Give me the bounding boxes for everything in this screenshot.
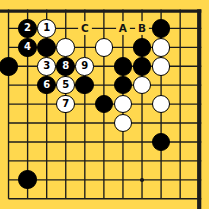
move-number: 4 (24, 42, 31, 52)
black-stone (18, 170, 37, 189)
black-stone (37, 38, 56, 57)
intersection-7-1[interactable]: B (132, 19, 151, 38)
intersection-5-0[interactable] (94, 0, 113, 19)
intersection-2-6[interactable] (37, 114, 56, 133)
move-number: 6 (43, 80, 50, 90)
intersection-2-9[interactable] (37, 170, 56, 189)
intersection-4-2[interactable] (75, 38, 94, 57)
white-stone (152, 38, 171, 57)
intersection-8-3[interactable] (152, 57, 171, 76)
intersection-10-8[interactable] (190, 151, 209, 170)
intersection-1-6[interactable] (18, 114, 37, 133)
intersection-9-1[interactable] (171, 19, 190, 38)
intersection-10-0[interactable] (190, 0, 209, 19)
move-number: 9 (81, 61, 88, 71)
intersection-4-0[interactable] (75, 0, 94, 19)
white-stone (152, 95, 171, 114)
black-stone (95, 95, 114, 114)
intersection-0-2[interactable] (0, 38, 18, 57)
intersection-0-0[interactable] (0, 0, 18, 19)
intersection-6-8[interactable] (113, 151, 132, 170)
intersection-8-6[interactable] (152, 114, 171, 133)
intersection-9-3[interactable] (171, 57, 190, 76)
intersection-7-0[interactable] (132, 0, 151, 19)
intersection-8-8[interactable] (152, 151, 171, 170)
intersection-10-9[interactable] (190, 170, 209, 189)
intersection-0-3[interactable] (0, 57, 18, 76)
intersection-3-4[interactable]: 5 (56, 76, 75, 95)
intersection-7-8[interactable] (132, 151, 151, 170)
intersection-5-9[interactable] (94, 170, 113, 189)
white-stone: 9 (75, 57, 94, 76)
intersection-3-10[interactable] (56, 189, 75, 208)
black-stone (152, 133, 171, 152)
intersection-5-4[interactable] (94, 76, 113, 95)
intersection-0-7[interactable] (0, 132, 18, 151)
intersection-7-3[interactable] (132, 57, 151, 76)
intersection-7-4[interactable] (132, 76, 151, 95)
intersection-7-7[interactable] (132, 132, 151, 151)
intersection-6-9[interactable] (113, 170, 132, 189)
intersection-2-10[interactable] (37, 189, 56, 208)
intersection-10-6[interactable] (190, 114, 209, 133)
intersection-7-6[interactable] (132, 114, 151, 133)
intersection-1-0[interactable] (18, 0, 37, 19)
move-number: 2 (24, 23, 31, 33)
intersection-8-9[interactable] (152, 170, 171, 189)
black-stone (133, 57, 152, 76)
intersection-3-2[interactable] (56, 38, 75, 57)
intersection-1-4[interactable] (18, 76, 37, 95)
intersection-0-1[interactable] (0, 19, 18, 38)
intersection-1-8[interactable] (18, 151, 37, 170)
intersection-0-10[interactable] (0, 189, 18, 208)
intersection-6-0[interactable] (113, 0, 132, 19)
intersection-4-7[interactable] (75, 132, 94, 151)
intersection-8-5[interactable] (152, 95, 171, 114)
intersection-3-8[interactable] (56, 151, 75, 170)
black-stone (152, 19, 171, 38)
intersection-10-1[interactable] (190, 19, 209, 38)
intersection-2-0[interactable] (37, 0, 56, 19)
intersection-10-10[interactable] (190, 189, 209, 208)
intersection-4-9[interactable] (75, 170, 94, 189)
intersection-9-4[interactable] (171, 76, 190, 95)
black-stone (75, 76, 94, 95)
intersection-7-10[interactable] (132, 189, 151, 208)
board-grid: 21CAB4389657 (0, 0, 209, 208)
white-stone: 5 (56, 76, 75, 95)
white-stone (95, 38, 114, 57)
intersection-3-6[interactable] (56, 114, 75, 133)
intersection-2-3[interactable]: 3 (37, 57, 56, 76)
intersection-10-2[interactable] (190, 38, 209, 57)
intersection-4-10[interactable] (75, 189, 94, 208)
move-number: 1 (43, 23, 50, 33)
intersection-6-5[interactable] (113, 95, 132, 114)
intersection-4-6[interactable] (75, 114, 94, 133)
intersection-5-8[interactable] (94, 151, 113, 170)
intersection-1-3[interactable] (18, 57, 37, 76)
point-label-B: B (135, 21, 149, 35)
intersection-3-1[interactable] (56, 19, 75, 38)
intersection-10-7[interactable] (190, 132, 209, 151)
intersection-1-9[interactable] (18, 170, 37, 189)
intersection-3-0[interactable] (56, 0, 75, 19)
intersection-8-4[interactable] (152, 76, 171, 95)
intersection-10-4[interactable] (190, 76, 209, 95)
intersection-6-10[interactable] (113, 189, 132, 208)
intersection-8-10[interactable] (152, 189, 171, 208)
intersection-2-5[interactable] (37, 95, 56, 114)
intersection-5-2[interactable] (94, 38, 113, 57)
intersection-5-10[interactable] (94, 189, 113, 208)
white-stone (133, 76, 152, 95)
intersection-9-5[interactable] (171, 95, 190, 114)
star-point (140, 178, 144, 182)
white-stone: 7 (56, 95, 75, 114)
intersection-0-6[interactable] (0, 114, 18, 133)
intersection-0-4[interactable] (0, 76, 18, 95)
intersection-6-6[interactable] (113, 114, 132, 133)
white-stone (152, 57, 171, 76)
black-stone: 8 (56, 57, 75, 76)
black-stone: 4 (18, 38, 37, 57)
move-number: 7 (62, 99, 69, 109)
black-stone (114, 76, 133, 95)
intersection-1-7[interactable] (18, 132, 37, 151)
intersection-0-8[interactable] (0, 151, 18, 170)
white-stone (114, 95, 133, 114)
white-stone: 1 (37, 19, 56, 38)
intersection-1-1[interactable]: 2 (18, 19, 37, 38)
intersection-8-2[interactable] (152, 38, 171, 57)
point-label-A: A (116, 21, 130, 35)
move-number: 8 (62, 61, 69, 71)
intersection-10-5[interactable] (190, 95, 209, 114)
intersection-1-2[interactable]: 4 (18, 38, 37, 57)
point-label-C: C (78, 21, 92, 35)
intersection-4-5[interactable] (75, 95, 94, 114)
intersection-5-5[interactable] (94, 95, 113, 114)
intersection-4-1[interactable]: C (75, 19, 94, 38)
intersection-8-7[interactable] (152, 132, 171, 151)
intersection-2-4[interactable]: 6 (37, 76, 56, 95)
black-stone: 2 (18, 19, 37, 38)
intersection-4-4[interactable] (75, 76, 94, 95)
intersection-6-2[interactable] (113, 38, 132, 57)
intersection-1-5[interactable] (18, 95, 37, 114)
intersection-8-0[interactable] (152, 0, 171, 19)
intersection-4-8[interactable] (75, 151, 94, 170)
intersection-3-5[interactable]: 7 (56, 95, 75, 114)
intersection-10-3[interactable] (190, 57, 209, 76)
intersection-6-4[interactable] (113, 76, 132, 95)
white-stone (114, 114, 133, 133)
intersection-5-1[interactable] (94, 19, 113, 38)
intersection-0-9[interactable] (0, 170, 18, 189)
intersection-4-3[interactable]: 9 (75, 57, 94, 76)
intersection-0-5[interactable] (0, 95, 18, 114)
intersection-9-6[interactable] (171, 114, 190, 133)
white-stone: 3 (37, 57, 56, 76)
intersection-9-10[interactable] (171, 189, 190, 208)
black-stone (133, 38, 152, 57)
intersection-2-8[interactable] (37, 151, 56, 170)
intersection-9-9[interactable] (171, 170, 190, 189)
intersection-1-10[interactable] (18, 189, 37, 208)
intersection-2-1[interactable]: 1 (37, 19, 56, 38)
intersection-9-8[interactable] (171, 151, 190, 170)
intersection-8-1[interactable] (152, 19, 171, 38)
intersection-3-3[interactable]: 8 (56, 57, 75, 76)
move-number: 3 (43, 61, 50, 71)
intersection-5-3[interactable] (94, 57, 113, 76)
intersection-3-9[interactable] (56, 170, 75, 189)
intersection-6-3[interactable] (113, 57, 132, 76)
black-stone (0, 57, 18, 76)
intersection-6-1[interactable]: A (113, 19, 132, 38)
black-stone (114, 57, 133, 76)
white-stone (56, 38, 75, 57)
intersection-2-2[interactable] (37, 38, 56, 57)
intersection-7-9[interactable] (132, 170, 151, 189)
black-stone: 6 (37, 76, 56, 95)
intersection-9-7[interactable] (171, 132, 190, 151)
intersection-7-2[interactable] (132, 38, 151, 57)
go-board-diagram: 21CAB4389657 (0, 0, 209, 209)
move-number: 5 (62, 80, 69, 90)
intersection-5-6[interactable] (94, 114, 113, 133)
intersection-3-7[interactable] (56, 132, 75, 151)
intersection-6-7[interactable] (113, 132, 132, 151)
intersection-9-0[interactable] (171, 0, 190, 19)
intersection-2-7[interactable] (37, 132, 56, 151)
intersection-5-7[interactable] (94, 132, 113, 151)
intersection-7-5[interactable] (132, 95, 151, 114)
intersection-9-2[interactable] (171, 38, 190, 57)
